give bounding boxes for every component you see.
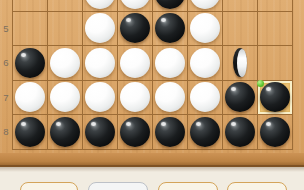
row-label-6: 6 — [0, 57, 12, 68]
cell-c8[interactable] — [83, 115, 118, 150]
board-grid — [12, 0, 293, 150]
cell-h6[interactable] — [258, 46, 293, 81]
black-stone — [260, 82, 290, 112]
white-stone — [155, 82, 185, 112]
new-move-badge — [257, 80, 264, 87]
white-stone — [120, 82, 150, 112]
black-stone — [15, 48, 45, 78]
cell-g6[interactable] — [223, 46, 258, 81]
black-stone — [155, 13, 185, 43]
bottom-button-3[interactable] — [158, 182, 218, 190]
othello-board: 5 6 7 8 — [0, 0, 304, 153]
cell-e6[interactable] — [153, 46, 188, 81]
cell-f6[interactable] — [188, 46, 223, 81]
black-stone — [15, 117, 45, 147]
white-stone — [190, 82, 220, 112]
cell-g4[interactable] — [223, 0, 258, 12]
white-stone — [190, 48, 220, 78]
white-stone — [120, 0, 150, 9]
white-stone — [15, 82, 45, 112]
cell-g5[interactable] — [223, 12, 258, 47]
cell-a4[interactable] — [13, 0, 48, 12]
bottom-button-2[interactable] — [88, 182, 148, 190]
flipping-stone — [233, 48, 247, 77]
row-label-7: 7 — [0, 92, 12, 103]
cell-c6[interactable] — [83, 46, 118, 81]
white-stone — [120, 48, 150, 78]
cell-a6[interactable] — [13, 46, 48, 81]
cell-f8[interactable] — [188, 115, 223, 150]
cell-d6[interactable] — [118, 46, 153, 81]
white-stone — [50, 48, 80, 78]
cell-b8[interactable] — [48, 115, 83, 150]
white-stone — [190, 13, 220, 43]
game-screen: 5 6 7 8 — [0, 0, 304, 190]
cell-d8[interactable] — [118, 115, 153, 150]
white-stone — [155, 48, 185, 78]
cell-a8[interactable] — [13, 115, 48, 150]
white-stone — [85, 82, 115, 112]
white-stone — [85, 48, 115, 78]
black-stone — [260, 117, 290, 147]
white-stone — [190, 0, 220, 9]
cell-e4[interactable] — [153, 0, 188, 12]
cell-b5[interactable] — [48, 12, 83, 47]
bottom-button-1[interactable] — [20, 182, 78, 190]
white-stone — [85, 0, 115, 9]
row-label-8: 8 — [0, 126, 12, 137]
black-stone — [155, 117, 185, 147]
black-stone — [120, 117, 150, 147]
cell-f5[interactable] — [188, 12, 223, 47]
black-stone — [225, 82, 255, 112]
white-stone — [50, 82, 80, 112]
cell-c4[interactable] — [83, 0, 118, 12]
cell-g7[interactable] — [223, 81, 258, 116]
black-stone — [50, 117, 80, 147]
bottom-button-4[interactable] — [227, 182, 287, 190]
cell-d4[interactable] — [118, 0, 153, 12]
black-stone — [190, 117, 220, 147]
cell-g8[interactable] — [223, 115, 258, 150]
cell-h7[interactable] — [258, 81, 293, 116]
cell-f7[interactable] — [188, 81, 223, 116]
cell-c7[interactable] — [83, 81, 118, 116]
cell-f4[interactable] — [188, 0, 223, 12]
white-stone — [85, 13, 115, 43]
cell-e8[interactable] — [153, 115, 188, 150]
cell-d7[interactable] — [118, 81, 153, 116]
black-stone — [225, 117, 255, 147]
cell-a5[interactable] — [13, 12, 48, 47]
black-stone — [155, 0, 185, 9]
cell-b4[interactable] — [48, 0, 83, 12]
cell-c5[interactable] — [83, 12, 118, 47]
cell-b6[interactable] — [48, 46, 83, 81]
board-side-edge — [0, 153, 304, 165]
cell-e7[interactable] — [153, 81, 188, 116]
cell-d5[interactable] — [118, 12, 153, 47]
cell-b7[interactable] — [48, 81, 83, 116]
cell-h5[interactable] — [258, 12, 293, 47]
black-stone — [85, 117, 115, 147]
cell-a7[interactable] — [13, 81, 48, 116]
black-stone — [120, 13, 150, 43]
cell-h8[interactable] — [258, 115, 293, 150]
board-drop-shadow — [0, 167, 304, 172]
row-label-5: 5 — [0, 23, 12, 34]
cell-e5[interactable] — [153, 12, 188, 47]
cell-h4[interactable] — [258, 0, 293, 12]
